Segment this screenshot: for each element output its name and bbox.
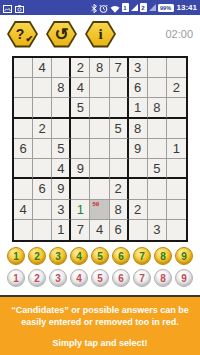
undo-glyph: ↺ <box>54 26 68 43</box>
silver-coin-7[interactable]: 7 <box>133 269 151 287</box>
undo-button[interactable]: ↺ <box>46 21 77 48</box>
hint-button[interactable]: ? ✔ <box>7 21 38 48</box>
sudoku-cell-r9c2[interactable] <box>33 220 52 240</box>
sudoku-cell-r7c1[interactable] <box>14 179 33 199</box>
cell-value: 1 <box>57 222 64 237</box>
sudoku-cell-r9c3[interactable]: 1 <box>52 220 71 240</box>
sudoku-cell-r9c7[interactable] <box>129 220 148 240</box>
sudoku-cell-r1c5[interactable]: 8 <box>90 58 109 78</box>
banner-text-2: Simply tap and select! <box>9 337 191 349</box>
cell-value: 5 <box>77 100 84 115</box>
gold-coin-5[interactable]: 5 <box>91 247 109 265</box>
sudoku-cell-r5c8[interactable] <box>148 139 167 159</box>
silver-coin-9[interactable]: 9 <box>175 269 193 287</box>
silver-coin-8[interactable]: 8 <box>154 269 172 287</box>
sudoku-cell-r4c8[interactable] <box>148 119 167 139</box>
sudoku-cell-r9c5[interactable]: 4 <box>90 220 109 240</box>
cell-value: 9 <box>57 181 64 196</box>
game-timer: 02:00 <box>165 28 193 40</box>
cell-value: 2 <box>39 121 46 136</box>
sudoku-cell-r8c4[interactable]: 1 <box>71 200 90 220</box>
sudoku-cell-r5c4[interactable] <box>71 139 90 159</box>
number-pad-gold: 123456789 <box>0 247 200 265</box>
sudoku-cell-r1c6[interactable]: 7 <box>110 58 129 78</box>
sudoku-cell-r4c5[interactable] <box>90 119 109 139</box>
sudoku-cell-r2c6[interactable] <box>110 78 129 98</box>
sudoku-cell-r7c6[interactable]: 2 <box>110 179 129 199</box>
sudoku-cell-r1c2[interactable]: 4 <box>33 58 52 78</box>
signal-triangle-icon <box>131 4 138 11</box>
undo-icon: ↺ <box>48 23 75 46</box>
toolbar: ? ✔ ↺ i 02:00 <box>0 15 200 53</box>
cell-value: 4 <box>39 60 46 75</box>
number-pad-silver: 123456789 <box>0 269 200 287</box>
sudoku-cell-r8c9[interactable] <box>167 200 186 220</box>
sudoku-cell-r8c3[interactable]: 3 <box>52 200 71 220</box>
sudoku-cell-r4c1[interactable] <box>14 119 33 139</box>
sudoku-cell-r2c1[interactable] <box>14 78 33 98</box>
cell-value: 9 <box>134 141 141 156</box>
sudoku-cell-r4c2[interactable]: 2 <box>33 119 52 139</box>
sim1-badge: 1 <box>122 3 129 12</box>
cell-value: 1 <box>77 202 84 217</box>
cell-value: 2 <box>114 181 121 196</box>
hint-icon: ? ✔ <box>9 23 36 46</box>
sudoku-cell-r2c2[interactable] <box>33 78 52 98</box>
gold-coin-2[interactable]: 2 <box>28 247 46 265</box>
sudoku-cell-r9c8[interactable]: 3 <box>148 220 167 240</box>
sudoku-cell-r5c7[interactable]: 9 <box>129 139 148 159</box>
sudoku-cell-r6c6[interactable] <box>110 159 129 179</box>
sudoku-cell-r6c9[interactable] <box>167 159 186 179</box>
sudoku-cell-r3c5[interactable] <box>90 98 109 118</box>
silver-coin-5[interactable]: 5 <box>91 269 109 287</box>
board-area: 4287384625182586591495692431598217463 <box>0 56 200 242</box>
question-glyph: ? <box>16 26 25 42</box>
cell-value: 6 <box>114 222 121 237</box>
gold-coin-8[interactable]: 8 <box>154 247 172 265</box>
app-screen: 1 2 99% 13:41 ? ✔ ↺ i 02:00 428 <box>0 0 200 355</box>
cell-value: 2 <box>134 202 141 217</box>
cell-value: 5 <box>114 121 121 136</box>
sudoku-cell-r2c9[interactable]: 2 <box>167 78 186 98</box>
gold-coin-4[interactable]: 4 <box>70 247 88 265</box>
cell-value: 7 <box>114 60 121 75</box>
sudoku-cell-r7c8[interactable] <box>148 179 167 199</box>
sudoku-cell-r6c7[interactable] <box>129 159 148 179</box>
cell-value: 8 <box>114 202 121 217</box>
sudoku-cell-r6c8[interactable]: 5 <box>148 159 167 179</box>
sudoku-cell-r4c3[interactable] <box>52 119 71 139</box>
silver-coin-4[interactable]: 4 <box>70 269 88 287</box>
sudoku-cell-r8c2[interactable] <box>33 200 52 220</box>
sudoku-cell-r5c6[interactable] <box>110 139 129 159</box>
sudoku-cell-r9c6[interactable]: 6 <box>110 220 129 240</box>
sudoku-cell-r4c9[interactable] <box>167 119 186 139</box>
sudoku-cell-r6c3[interactable]: 4 <box>52 159 71 179</box>
cell-value: 6 <box>19 141 26 156</box>
check-glyph: ✔ <box>25 34 33 44</box>
sudoku-cell-r9c1[interactable] <box>14 220 33 240</box>
cell-value: 4 <box>77 80 84 95</box>
sudoku-cell-r3c6[interactable] <box>110 98 129 118</box>
sudoku-cell-r1c1[interactable] <box>14 58 33 78</box>
sudoku-cell-r7c7[interactable] <box>129 179 148 199</box>
sudoku-cell-r2c8[interactable] <box>148 78 167 98</box>
gold-coin-3[interactable]: 3 <box>49 247 67 265</box>
banner-text-1: “Candidates” or possible answers can be … <box>9 304 191 328</box>
sudoku-cell-r3c3[interactable] <box>52 98 71 118</box>
sudoku-cell-r1c4[interactable]: 2 <box>71 58 90 78</box>
status-time: 13:41 <box>177 3 197 12</box>
signal-triangle2-icon <box>149 4 156 11</box>
sudoku-cell-r1c3[interactable] <box>52 58 71 78</box>
cell-value: 9 <box>77 161 84 176</box>
sudoku-cell-r1c8[interactable] <box>148 58 167 78</box>
sudoku-cell-r2c5[interactable] <box>90 78 109 98</box>
sudoku-cell-r3c8[interactable]: 8 <box>148 98 167 118</box>
sudoku-cell-r4c6[interactable]: 5 <box>110 119 129 139</box>
sim2-badge: 2 <box>140 3 147 12</box>
sudoku-cell-r8c1[interactable]: 4 <box>14 200 33 220</box>
sudoku-cell-r4c7[interactable]: 8 <box>129 119 148 139</box>
tutorial-banner: “Candidates” or possible answers can be … <box>0 295 200 355</box>
battery-indicator: 99% <box>158 4 174 12</box>
sudoku-cell-r4c4[interactable] <box>71 119 90 139</box>
sudoku-cell-r3c4[interactable]: 5 <box>71 98 90 118</box>
gold-coin-1[interactable]: 1 <box>7 247 25 265</box>
sudoku-cell-r6c5[interactable] <box>90 159 109 179</box>
cell-value: 7 <box>77 222 84 237</box>
sudoku-cell-r7c5[interactable] <box>90 179 109 199</box>
cell-value: 1 <box>173 141 180 156</box>
sudoku-cell-r3c1[interactable] <box>14 98 33 118</box>
cell-value: 3 <box>57 202 64 217</box>
sudoku-cell-r7c4[interactable] <box>71 179 90 199</box>
cell-value: 6 <box>134 80 141 95</box>
number-pad: 123456789 123456789 <box>0 247 200 287</box>
silver-coin-1[interactable]: 1 <box>7 269 25 287</box>
sudoku-cell-r7c3[interactable]: 9 <box>52 179 71 199</box>
sudoku-cell-r1c7[interactable]: 3 <box>129 58 148 78</box>
cell-value: 5 <box>153 161 160 176</box>
gold-coin-6[interactable]: 6 <box>112 247 130 265</box>
cell-value: 8 <box>153 100 160 115</box>
sudoku-cell-r2c7[interactable]: 6 <box>129 78 148 98</box>
sudoku-cell-r5c9[interactable]: 1 <box>167 139 186 159</box>
cell-value: 4 <box>96 222 103 237</box>
status-bar: 1 2 99% 13:41 <box>0 0 200 15</box>
silver-coin-6[interactable]: 6 <box>112 269 130 287</box>
sudoku-cell-r2c3[interactable]: 8 <box>52 78 71 98</box>
cell-value: 4 <box>57 161 64 176</box>
info-button[interactable]: i <box>85 21 116 48</box>
sudoku-cell-r7c9[interactable] <box>167 179 186 199</box>
cell-value: 4 <box>19 202 26 217</box>
candidate-marks: 59 <box>92 201 99 207</box>
sudoku-cell-r8c5[interactable]: 59 <box>90 200 109 220</box>
sudoku-grid: 4287384625182586591495692431598217463 <box>12 56 188 242</box>
sudoku-cell-r8c8[interactable] <box>148 200 167 220</box>
sudoku-cell-r9c9[interactable] <box>167 220 186 240</box>
info-icon: i <box>87 23 114 46</box>
cell-value: 6 <box>39 181 46 196</box>
sudoku-cell-r2c4[interactable]: 4 <box>71 78 90 98</box>
cell-value: 8 <box>57 80 64 95</box>
sudoku-cell-r3c2[interactable] <box>33 98 52 118</box>
cell-value: 5 <box>57 141 64 156</box>
sudoku-cell-r6c1[interactable] <box>14 159 33 179</box>
cell-value: 2 <box>173 80 180 95</box>
sudoku-cell-r5c1[interactable]: 6 <box>14 139 33 159</box>
cell-value: 3 <box>134 60 141 75</box>
sudoku-cell-r9c4[interactable]: 7 <box>71 220 90 240</box>
cell-value: 1 <box>134 100 141 115</box>
sudoku-cell-r5c5[interactable] <box>90 139 109 159</box>
silver-coin-3[interactable]: 3 <box>49 269 67 287</box>
silver-coin-2[interactable]: 2 <box>28 269 46 287</box>
gold-coin-9[interactable]: 9 <box>175 247 193 265</box>
sudoku-cell-r7c2[interactable]: 6 <box>33 179 52 199</box>
sudoku-cell-r6c2[interactable] <box>33 159 52 179</box>
sudoku-cell-r5c3[interactable]: 5 <box>52 139 71 159</box>
cell-value: 2 <box>77 60 84 75</box>
cell-value: 3 <box>153 222 160 237</box>
cell-value: 8 <box>96 60 103 75</box>
cell-value: 8 <box>134 121 141 136</box>
sudoku-cell-r3c7[interactable]: 1 <box>129 98 148 118</box>
sudoku-cell-r1c9[interactable] <box>167 58 186 78</box>
sudoku-cell-r6c4[interactable]: 9 <box>71 159 90 179</box>
sudoku-cell-r8c6[interactable]: 8 <box>110 200 129 220</box>
sudoku-cell-r5c2[interactable] <box>33 139 52 159</box>
gold-coin-7[interactable]: 7 <box>133 247 151 265</box>
sudoku-cell-r3c9[interactable] <box>167 98 186 118</box>
sudoku-cell-r8c7[interactable]: 2 <box>129 200 148 220</box>
info-glyph: i <box>98 27 102 42</box>
